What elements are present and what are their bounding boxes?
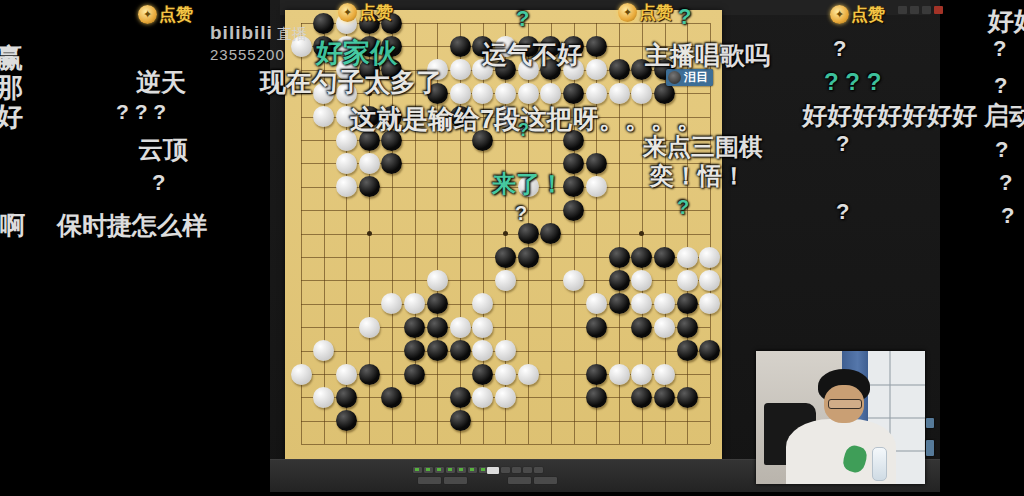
black-stone bbox=[586, 317, 607, 338]
danmaku-comment: 运气不好 bbox=[482, 38, 582, 71]
danmaku-comment: ? bbox=[833, 36, 846, 62]
white-stone bbox=[359, 317, 380, 338]
white-stone bbox=[495, 340, 516, 361]
toolbar-nav-button[interactable] bbox=[534, 467, 543, 473]
overlay-mini-button[interactable] bbox=[926, 418, 934, 428]
board-gridline bbox=[687, 23, 688, 444]
bilibili-logo: bilibili bbox=[210, 22, 273, 43]
like-coin-icon: ✦ bbox=[618, 3, 637, 22]
star-point bbox=[367, 231, 372, 236]
black-stone bbox=[654, 387, 675, 408]
black-stone bbox=[540, 223, 561, 244]
toolbar-nav-button[interactable] bbox=[424, 467, 433, 473]
danmaku-comment: 来了！ bbox=[492, 168, 564, 200]
danmaku-comment: 来点三围棋 bbox=[643, 131, 763, 163]
danmaku-comment: ? bbox=[678, 4, 691, 30]
maximize-button[interactable] bbox=[910, 6, 919, 14]
star-point bbox=[639, 231, 644, 236]
black-stone bbox=[609, 247, 630, 268]
white-stone bbox=[631, 270, 652, 291]
danmaku-comment: ? bbox=[836, 131, 849, 157]
toolbar-nav-button[interactable] bbox=[501, 467, 510, 473]
toolbar-nav-button[interactable] bbox=[523, 467, 532, 473]
danmaku-comment: ? ? ? bbox=[116, 100, 166, 124]
white-stone bbox=[518, 364, 539, 385]
black-stone bbox=[563, 200, 584, 221]
black-stone bbox=[677, 340, 698, 361]
white-stone bbox=[563, 270, 584, 291]
black-stone bbox=[313, 13, 334, 34]
black-stone bbox=[563, 176, 584, 197]
white-stone bbox=[450, 59, 471, 80]
white-stone bbox=[472, 293, 493, 314]
white-stone bbox=[404, 293, 425, 314]
white-stone bbox=[336, 364, 357, 385]
white-stone bbox=[381, 293, 402, 314]
like-badge: ✦点赞 bbox=[830, 3, 885, 26]
black-stone bbox=[631, 387, 652, 408]
danmaku-comment: 逆天 bbox=[136, 66, 186, 99]
danmaku-comment: ? bbox=[999, 170, 1012, 196]
white-stone bbox=[472, 317, 493, 338]
streamer-glasses bbox=[828, 399, 862, 409]
star-point bbox=[503, 231, 508, 236]
white-stone bbox=[631, 364, 652, 385]
white-stone bbox=[495, 364, 516, 385]
white-stone bbox=[472, 387, 493, 408]
black-stone bbox=[381, 387, 402, 408]
white-stone bbox=[313, 340, 334, 361]
black-stone bbox=[609, 270, 630, 291]
like-badge-label: 点赞 bbox=[359, 1, 393, 24]
black-stone bbox=[472, 364, 493, 385]
webcam-overlay bbox=[756, 351, 925, 484]
toolbar-action-button[interactable] bbox=[418, 477, 441, 484]
white-stone bbox=[518, 83, 539, 104]
white-stone bbox=[586, 59, 607, 80]
danmaku-comment: ? ? ? bbox=[824, 68, 881, 96]
danmaku-comment: 云顶 bbox=[138, 133, 188, 166]
white-stone bbox=[336, 153, 357, 174]
black-stone bbox=[563, 153, 584, 174]
white-stone bbox=[427, 270, 448, 291]
black-stone bbox=[336, 410, 357, 431]
white-stone bbox=[313, 387, 334, 408]
toolbar-nav-button[interactable] bbox=[446, 467, 455, 473]
minimize-button[interactable] bbox=[898, 6, 907, 14]
white-stone bbox=[699, 247, 720, 268]
bilibili-watermark: bilibili直播 23555200 bbox=[210, 22, 307, 63]
black-stone bbox=[586, 153, 607, 174]
black-stone bbox=[677, 387, 698, 408]
overlay-mini-button[interactable] bbox=[926, 440, 934, 456]
toolbar-nav-button[interactable] bbox=[468, 467, 477, 473]
white-stone bbox=[699, 293, 720, 314]
window-pane-line bbox=[859, 417, 925, 419]
black-stone bbox=[609, 59, 630, 80]
black-stone bbox=[677, 293, 698, 314]
danmaku-comment: 好 bbox=[0, 99, 23, 135]
black-stone bbox=[359, 364, 380, 385]
like-badge-label: 点赞 bbox=[639, 1, 673, 24]
black-stone bbox=[609, 293, 630, 314]
like-badge: ✦点赞 bbox=[138, 3, 193, 26]
black-stone bbox=[518, 223, 539, 244]
window-controls bbox=[898, 6, 943, 14]
room-id: 23555200 bbox=[210, 46, 307, 63]
white-stone bbox=[586, 176, 607, 197]
white-stone bbox=[472, 340, 493, 361]
white-stone bbox=[336, 176, 357, 197]
like-badge-label: 点赞 bbox=[159, 3, 193, 26]
black-stone bbox=[427, 317, 448, 338]
like-coin-icon: ✦ bbox=[138, 5, 157, 24]
white-stone bbox=[495, 83, 516, 104]
white-stone bbox=[654, 293, 675, 314]
danmaku-comment: 主播唱歌吗 bbox=[645, 39, 770, 72]
toolbar-nav-button[interactable] bbox=[457, 467, 466, 473]
white-stone bbox=[495, 270, 516, 291]
black-stone bbox=[381, 153, 402, 174]
white-stone bbox=[472, 83, 493, 104]
danmaku-comment: 保时捷怎么样 bbox=[57, 209, 207, 242]
danmaku-comment: ? bbox=[518, 120, 529, 141]
black-stone bbox=[563, 83, 584, 104]
badge-avatar-icon bbox=[668, 71, 681, 84]
like-badge-label: 点赞 bbox=[851, 3, 885, 26]
black-stone bbox=[586, 36, 607, 57]
toolbar-nav-button[interactable] bbox=[512, 467, 521, 473]
black-stone bbox=[586, 387, 607, 408]
like-coin-icon: ✦ bbox=[830, 5, 849, 24]
toolbar-active-button[interactable] bbox=[487, 467, 499, 474]
danmaku-comment: 现在勺子太多了 bbox=[260, 65, 442, 100]
white-stone bbox=[291, 364, 312, 385]
danmaku-comment: 好好好好好好好 启动 bbox=[802, 99, 1024, 132]
toolbar-action-button[interactable] bbox=[534, 477, 557, 484]
like-coin-icon: ✦ bbox=[338, 3, 357, 22]
black-stone bbox=[450, 340, 471, 361]
white-stone bbox=[359, 153, 380, 174]
black-stone bbox=[654, 247, 675, 268]
water-bottle bbox=[872, 447, 887, 481]
black-stone bbox=[427, 340, 448, 361]
white-stone bbox=[609, 364, 630, 385]
black-stone bbox=[518, 247, 539, 268]
white-stone bbox=[631, 293, 652, 314]
toolbar-nav-button[interactable] bbox=[435, 467, 444, 473]
danmaku-comment: ? bbox=[1001, 203, 1014, 229]
white-stone bbox=[631, 83, 652, 104]
board-gridline bbox=[301, 421, 710, 422]
white-stone bbox=[699, 270, 720, 291]
bilibili-live-label: 直播 bbox=[277, 25, 307, 42]
black-stone bbox=[450, 387, 471, 408]
toolbar-action-button[interactable] bbox=[508, 477, 531, 484]
restore-button[interactable] bbox=[922, 6, 931, 14]
danmaku-comment: ? bbox=[152, 170, 165, 196]
black-stone bbox=[404, 317, 425, 338]
black-stone bbox=[677, 317, 698, 338]
black-stone bbox=[336, 387, 357, 408]
danmaku-comment: ? bbox=[677, 196, 689, 219]
danmaku-comment: 啊 bbox=[0, 209, 25, 242]
toolbar-nav-button[interactable] bbox=[413, 467, 422, 473]
danmaku-comment: ? bbox=[515, 202, 527, 225]
danmaku-comment: 奕！悟！ bbox=[650, 160, 746, 192]
danmaku-comment: ? bbox=[993, 36, 1006, 62]
white-stone bbox=[609, 83, 630, 104]
black-stone bbox=[586, 364, 607, 385]
black-stone bbox=[631, 317, 652, 338]
toolbar-action-button[interactable] bbox=[444, 477, 467, 484]
white-stone bbox=[586, 83, 607, 104]
white-stone bbox=[450, 83, 471, 104]
like-badge: ✦点赞 bbox=[618, 1, 673, 24]
white-stone bbox=[654, 317, 675, 338]
like-badge: ✦点赞 bbox=[338, 1, 393, 24]
danmaku-comment: ? bbox=[516, 6, 529, 32]
black-stone bbox=[450, 410, 471, 431]
black-stone bbox=[404, 364, 425, 385]
white-stone bbox=[540, 83, 561, 104]
black-stone bbox=[359, 176, 380, 197]
white-stone bbox=[450, 317, 471, 338]
black-stone bbox=[495, 247, 516, 268]
white-stone bbox=[495, 387, 516, 408]
black-stone bbox=[427, 293, 448, 314]
black-stone bbox=[404, 340, 425, 361]
board-gridline bbox=[710, 23, 711, 444]
board-gridline bbox=[301, 444, 710, 445]
danmaku-comment: ? bbox=[994, 73, 1007, 99]
white-stone bbox=[677, 270, 698, 291]
white-stone bbox=[654, 364, 675, 385]
close-button[interactable] bbox=[934, 6, 943, 14]
danmaku-comment: 好好 bbox=[988, 4, 1024, 39]
black-stone bbox=[699, 340, 720, 361]
black-stone bbox=[450, 36, 471, 57]
black-stone bbox=[631, 247, 652, 268]
danmaku-comment: ? bbox=[836, 199, 849, 225]
white-stone bbox=[586, 293, 607, 314]
white-stone bbox=[677, 247, 698, 268]
danmaku-comment: ? bbox=[995, 137, 1008, 163]
white-stone bbox=[313, 106, 334, 127]
